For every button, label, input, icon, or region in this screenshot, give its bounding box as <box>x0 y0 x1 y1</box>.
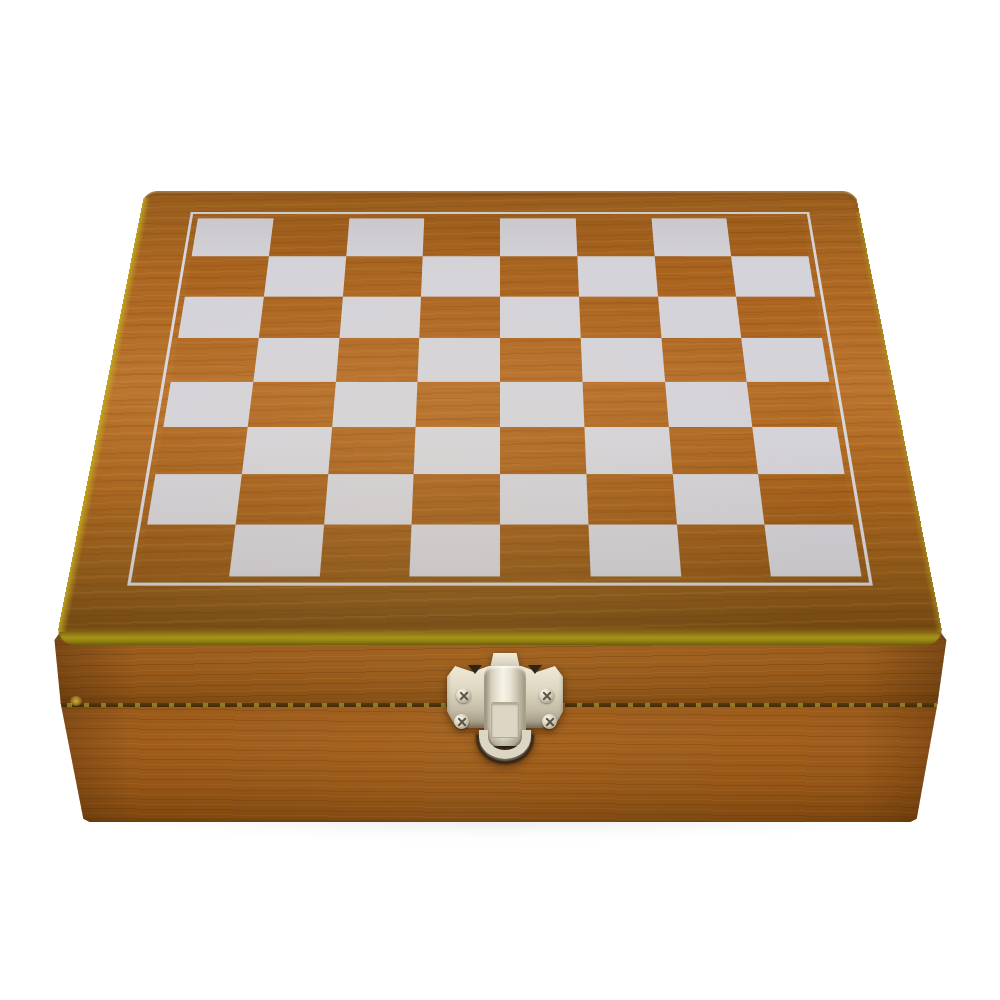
board-square-e2 <box>500 474 588 524</box>
chess-box-photo <box>0 0 1000 1000</box>
board-square-e4 <box>500 381 584 426</box>
board-square-a1 <box>139 524 236 576</box>
lid-top <box>55 191 945 645</box>
board-square-h3 <box>753 427 845 475</box>
board-square-g1 <box>676 524 771 576</box>
board-square-b5 <box>253 338 339 381</box>
board-square-d5 <box>418 338 500 381</box>
board-square-e5 <box>500 338 582 381</box>
board-square-f8 <box>576 218 655 256</box>
board-square-b4 <box>247 381 335 426</box>
board-square-e1 <box>500 524 590 576</box>
board-square-f7 <box>577 257 657 297</box>
metal-clasp <box>444 652 566 764</box>
chessboard-grid <box>139 218 862 576</box>
board-square-f5 <box>580 338 664 381</box>
board-square-b6 <box>259 296 343 338</box>
board-square-a7 <box>185 257 269 297</box>
board-square-e7 <box>500 257 579 297</box>
board-square-f6 <box>579 296 661 338</box>
board-square-d6 <box>420 296 500 338</box>
board-square-e8 <box>500 218 577 256</box>
board-square-b3 <box>242 427 332 475</box>
screw-icon <box>456 688 471 703</box>
board-square-h6 <box>736 296 822 338</box>
board-square-c6 <box>339 296 421 338</box>
board-square-a3 <box>155 427 247 475</box>
board-square-g6 <box>658 296 742 338</box>
board-square-h1 <box>765 524 862 576</box>
board-square-b1 <box>229 524 324 576</box>
screw-icon <box>539 688 554 703</box>
board-square-f4 <box>582 381 668 426</box>
board-square-a2 <box>147 474 241 524</box>
board-square-c2 <box>324 474 414 524</box>
board-square-c7 <box>342 257 422 297</box>
lid-front-edge-chamfer <box>55 627 945 645</box>
board-square-h8 <box>727 218 809 256</box>
clasp-arch-notch-left <box>468 665 482 674</box>
board-square-h4 <box>747 381 837 426</box>
board-square-d1 <box>410 524 500 576</box>
board-square-f1 <box>588 524 681 576</box>
board-square-a4 <box>163 381 253 426</box>
board-square-d3 <box>414 427 500 475</box>
board-square-g3 <box>668 427 758 475</box>
board-square-f2 <box>586 474 676 524</box>
board-square-g2 <box>672 474 764 524</box>
board-square-b8 <box>269 218 349 256</box>
board-square-a8 <box>192 218 274 256</box>
screw-icon <box>542 714 557 729</box>
board-square-g8 <box>651 218 731 256</box>
board-square-e6 <box>500 296 580 338</box>
seam-glue-fleck <box>70 696 82 706</box>
board-square-h7 <box>731 257 815 297</box>
chessboard-frame <box>127 212 873 586</box>
board-square-h2 <box>758 474 852 524</box>
board-square-c3 <box>328 427 416 475</box>
board-square-h5 <box>741 338 829 381</box>
clasp-arch-notch-right <box>528 665 542 674</box>
board-square-c4 <box>332 381 418 426</box>
board-square-c1 <box>319 524 412 576</box>
board-square-g7 <box>654 257 736 297</box>
board-square-e3 <box>500 427 586 475</box>
board-square-a6 <box>178 296 264 338</box>
board-square-c5 <box>335 338 419 381</box>
board-square-d4 <box>416 381 500 426</box>
board-square-d8 <box>423 218 500 256</box>
board-square-d7 <box>421 257 500 297</box>
board-square-b7 <box>264 257 346 297</box>
board-square-c8 <box>346 218 425 256</box>
board-square-f3 <box>584 427 672 475</box>
board-square-a5 <box>171 338 259 381</box>
board-square-g5 <box>661 338 747 381</box>
board-square-g4 <box>665 381 753 426</box>
board-square-d2 <box>412 474 500 524</box>
board-square-b2 <box>235 474 327 524</box>
screw-icon <box>454 714 469 729</box>
